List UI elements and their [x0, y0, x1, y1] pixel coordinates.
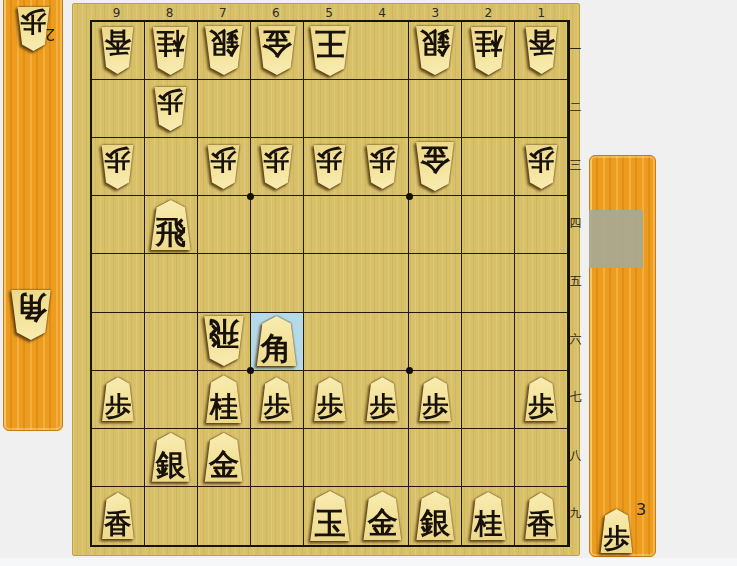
piece-sente-pawn[interactable]: 歩 — [598, 509, 635, 553]
piece-gote-pawn[interactable]: 歩 — [364, 145, 401, 189]
rank-label-9: 九 — [569, 485, 582, 543]
file-label-9: 9 — [90, 5, 143, 21]
rank-label-2: 二 — [569, 78, 582, 136]
rank-label-1: 一 — [569, 20, 582, 78]
rank-label-4: 四 — [569, 194, 582, 252]
square-44[interactable] — [356, 196, 409, 254]
square-66[interactable]: 角 — [251, 313, 304, 371]
square-24[interactable] — [462, 196, 515, 254]
piece-gote-pawn[interactable]: 歩 — [258, 145, 295, 189]
square-27[interactable] — [462, 371, 515, 429]
rank-label-8: 八 — [569, 427, 582, 485]
piece-gote-silver[interactable]: 銀 — [413, 26, 457, 75]
file-label-2: 2 — [462, 5, 515, 21]
file-label-7: 7 — [196, 5, 249, 21]
square-96[interactable] — [92, 313, 145, 371]
square-57[interactable]: 歩 — [304, 371, 357, 429]
file-label-4: 4 — [356, 5, 409, 21]
square-36[interactable] — [409, 313, 462, 371]
file-label-8: 8 — [143, 5, 196, 21]
file-label-1: 1 — [515, 5, 568, 21]
square-11[interactable]: 香 — [515, 22, 568, 80]
board-grid: 香桂銀金王銀桂香歩歩歩歩歩歩金歩飛飛角歩桂歩歩歩歩歩銀金香玉金銀桂香 — [90, 20, 570, 547]
piece-gote-bishop[interactable]: 角 — [8, 290, 54, 340]
square-87[interactable] — [145, 371, 198, 429]
piece-sente-pawn[interactable]: 歩 — [258, 377, 295, 421]
square-81[interactable]: 桂 — [145, 22, 198, 80]
square-28[interactable] — [462, 429, 515, 487]
piece-sente-pawn[interactable]: 歩 — [364, 377, 401, 421]
piece-sente-silver[interactable]: 銀 — [413, 491, 457, 540]
square-34[interactable] — [409, 196, 462, 254]
square-49[interactable]: 金 — [356, 487, 409, 545]
square-63[interactable]: 歩 — [251, 138, 304, 196]
square-32[interactable] — [409, 80, 462, 138]
square-42[interactable] — [356, 80, 409, 138]
piece-sente-knight[interactable]: 桂 — [468, 492, 509, 540]
piece-sente-king[interactable]: 玉 — [307, 491, 353, 541]
square-15[interactable] — [515, 254, 568, 312]
piece-gote-pawn[interactable]: 歩 — [311, 145, 348, 189]
square-13[interactable]: 歩 — [515, 138, 568, 196]
square-86[interactable] — [145, 313, 198, 371]
rank-label-7: 七 — [569, 369, 582, 427]
square-72[interactable] — [198, 80, 251, 138]
square-43[interactable]: 歩 — [356, 138, 409, 196]
piece-gote-silver[interactable]: 銀 — [202, 26, 246, 75]
square-73[interactable]: 歩 — [198, 138, 251, 196]
square-51[interactable]: 王 — [304, 22, 357, 80]
square-35[interactable] — [409, 254, 462, 312]
square-77[interactable]: 桂 — [198, 371, 251, 429]
square-62[interactable] — [251, 80, 304, 138]
sente-hand-pawn[interactable]: 歩 — [598, 509, 635, 553]
square-75[interactable] — [198, 254, 251, 312]
square-71[interactable]: 銀 — [198, 22, 251, 80]
square-92[interactable] — [92, 80, 145, 138]
square-16[interactable] — [515, 313, 568, 371]
piece-gote-gold[interactable]: 金 — [255, 26, 299, 75]
piece-gote-lance[interactable]: 香 — [99, 27, 136, 74]
square-76[interactable]: 飛 — [198, 313, 251, 371]
square-55[interactable] — [304, 254, 357, 312]
square-26[interactable] — [462, 313, 515, 371]
piece-gote-pawn[interactable]: 歩 — [205, 145, 242, 189]
square-64[interactable] — [251, 196, 304, 254]
star-point — [406, 367, 413, 374]
square-94[interactable] — [92, 196, 145, 254]
square-83[interactable] — [145, 138, 198, 196]
square-98[interactable] — [92, 429, 145, 487]
square-17[interactable]: 歩 — [515, 371, 568, 429]
square-59[interactable]: 玉 — [304, 487, 357, 545]
rank-label-6: 六 — [569, 311, 582, 369]
square-23[interactable] — [462, 138, 515, 196]
square-19[interactable]: 香 — [515, 487, 568, 545]
sente-hand-pawn-count: 3 — [636, 500, 646, 519]
square-45[interactable] — [356, 254, 409, 312]
file-label-5: 5 — [302, 5, 355, 21]
piece-sente-pawn[interactable]: 歩 — [523, 377, 560, 421]
square-89[interactable] — [145, 487, 198, 545]
square-85[interactable] — [145, 254, 198, 312]
piece-sente-bishop[interactable]: 角 — [254, 316, 300, 366]
square-99[interactable]: 香 — [92, 487, 145, 545]
square-22[interactable] — [462, 80, 515, 138]
piece-gote-king[interactable]: 王 — [307, 26, 353, 76]
square-41[interactable] — [356, 22, 409, 80]
square-78[interactable]: 金 — [198, 429, 251, 487]
shogi-board: 987654321 一二三四五六七八九 香桂銀金王銀桂香歩歩歩歩歩歩金歩飛飛角歩… — [72, 3, 580, 556]
square-38[interactable] — [409, 429, 462, 487]
hand-slot-highlight — [589, 210, 643, 268]
star-point — [247, 367, 254, 374]
square-58[interactable] — [304, 429, 357, 487]
gote-hand-bishop[interactable]: 角 — [8, 290, 54, 340]
file-labels: 987654321 — [90, 5, 568, 21]
square-67[interactable]: 歩 — [251, 371, 304, 429]
piece-sente-pawn[interactable]: 歩 — [99, 377, 136, 421]
square-39[interactable]: 銀 — [409, 487, 462, 545]
square-54[interactable] — [304, 196, 357, 254]
piece-gote-knight[interactable]: 桂 — [468, 27, 509, 75]
square-46[interactable] — [356, 313, 409, 371]
gote-hand-pawn-count: 2 — [45, 25, 55, 44]
piece-sente-pawn[interactable]: 歩 — [417, 377, 454, 421]
square-14[interactable] — [515, 196, 568, 254]
rank-labels: 一二三四五六七八九 — [569, 20, 582, 543]
square-97[interactable]: 歩 — [92, 371, 145, 429]
piece-sente-rook[interactable]: 飛 — [148, 200, 194, 250]
square-74[interactable] — [198, 196, 251, 254]
square-82[interactable]: 歩 — [145, 80, 198, 138]
square-37[interactable]: 歩 — [409, 371, 462, 429]
square-65[interactable] — [251, 254, 304, 312]
piece-sente-gold[interactable]: 金 — [202, 433, 246, 482]
star-point — [247, 193, 254, 200]
piece-sente-lance[interactable]: 香 — [99, 492, 136, 539]
square-91[interactable]: 香 — [92, 22, 145, 80]
piece-gote-pawn[interactable]: 歩 — [523, 145, 560, 189]
piece-gote-pawn[interactable]: 歩 — [99, 145, 136, 189]
piece-gote-knight[interactable]: 桂 — [150, 27, 191, 75]
square-95[interactable] — [92, 254, 145, 312]
square-88[interactable]: 銀 — [145, 429, 198, 487]
piece-sente-pawn[interactable]: 歩 — [311, 377, 348, 421]
piece-gote-gold[interactable]: 金 — [413, 142, 457, 191]
square-93[interactable]: 歩 — [92, 138, 145, 196]
square-52[interactable] — [304, 80, 357, 138]
square-18[interactable] — [515, 429, 568, 487]
square-31[interactable]: 銀 — [409, 22, 462, 80]
square-68[interactable] — [251, 429, 304, 487]
rank-label-5: 五 — [569, 252, 582, 310]
square-61[interactable]: 金 — [251, 22, 304, 80]
file-label-3: 3 — [409, 5, 462, 21]
square-21[interactable]: 桂 — [462, 22, 515, 80]
square-25[interactable] — [462, 254, 515, 312]
square-12[interactable] — [515, 80, 568, 138]
square-48[interactable] — [356, 429, 409, 487]
piece-sente-knight[interactable]: 桂 — [203, 375, 244, 423]
square-56[interactable] — [304, 313, 357, 371]
piece-sente-silver[interactable]: 銀 — [149, 433, 193, 482]
square-69[interactable] — [251, 487, 304, 545]
square-29[interactable]: 桂 — [462, 487, 515, 545]
square-79[interactable] — [198, 487, 251, 545]
square-53[interactable]: 歩 — [304, 138, 357, 196]
square-33[interactable]: 金 — [409, 138, 462, 196]
piece-gote-lance[interactable]: 香 — [523, 27, 560, 74]
piece-sente-lance[interactable]: 香 — [523, 492, 560, 539]
piece-gote-rook[interactable]: 飛 — [201, 316, 247, 366]
star-point — [406, 193, 413, 200]
square-84[interactable]: 飛 — [145, 196, 198, 254]
piece-sente-gold[interactable]: 金 — [360, 491, 404, 540]
bottom-strip — [0, 558, 737, 566]
piece-gote-pawn[interactable]: 歩 — [152, 87, 189, 131]
square-47[interactable]: 歩 — [356, 371, 409, 429]
rank-label-3: 三 — [569, 136, 582, 194]
gote-hand-stand — [3, 0, 63, 431]
file-label-6: 6 — [249, 5, 302, 21]
